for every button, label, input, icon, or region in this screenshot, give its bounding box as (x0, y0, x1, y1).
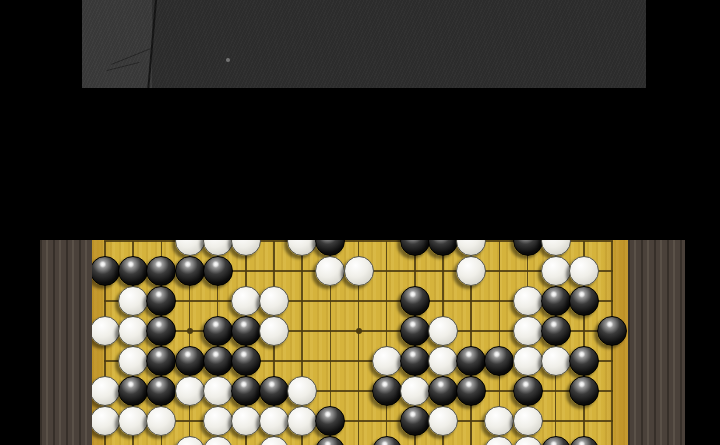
black-stone (400, 406, 430, 436)
black-stone (146, 286, 176, 316)
white-stone (428, 406, 458, 436)
white-stone (400, 376, 430, 406)
white-stone (118, 346, 148, 376)
black-stone (541, 316, 571, 346)
white-stone (118, 316, 148, 346)
white-stone (259, 286, 289, 316)
white-stone (203, 406, 233, 436)
black-stone (428, 240, 458, 256)
black-stone (569, 346, 599, 376)
black-stone (118, 376, 148, 406)
black-stone (315, 436, 345, 445)
white-stone (92, 376, 120, 406)
white-stone (541, 346, 571, 376)
black-stone (259, 376, 289, 406)
white-stone (428, 316, 458, 346)
white-stone (484, 436, 514, 445)
white-stone (231, 240, 261, 256)
star-point (356, 328, 362, 334)
black-stone (203, 346, 233, 376)
black-stone (597, 316, 627, 346)
black-stone (541, 286, 571, 316)
black-stone (175, 256, 205, 286)
black-stone (315, 406, 345, 436)
white-stone (513, 436, 543, 445)
white-stone (231, 286, 261, 316)
black-stone (456, 376, 486, 406)
white-stone (456, 256, 486, 286)
white-stone (259, 316, 289, 346)
table-wood-right (628, 240, 685, 445)
white-stone (344, 256, 374, 286)
white-stone (513, 316, 543, 346)
black-stone (146, 316, 176, 346)
video-frame (0, 0, 720, 445)
black-stone (541, 436, 571, 445)
white-stone (372, 346, 402, 376)
black-stone (146, 256, 176, 286)
black-stone (118, 256, 148, 286)
black-stone (203, 316, 233, 346)
black-stone (92, 256, 120, 286)
white-stone (146, 406, 176, 436)
photo-strip (82, 0, 646, 88)
white-stone (92, 316, 120, 346)
white-stone (259, 406, 289, 436)
black-stone (146, 346, 176, 376)
black-stone (400, 316, 430, 346)
black-stone (513, 376, 543, 406)
white-stone (231, 406, 261, 436)
white-stone (484, 406, 514, 436)
white-stone (541, 240, 571, 256)
white-stone (428, 346, 458, 376)
star-point (187, 328, 193, 334)
white-stone (287, 376, 317, 406)
white-stone (541, 256, 571, 286)
black-stone (400, 346, 430, 376)
black-stone (372, 376, 402, 406)
white-stone (175, 376, 205, 406)
black-stone (484, 346, 514, 376)
black-stone (231, 316, 261, 346)
table-wood-left (40, 240, 92, 445)
white-stone (175, 240, 205, 256)
film-grain-overlay (82, 0, 646, 88)
black-stone (315, 240, 345, 256)
white-stone (513, 406, 543, 436)
black-stone (569, 436, 599, 445)
white-stone (203, 436, 233, 445)
black-stone (569, 376, 599, 406)
black-stone (175, 346, 205, 376)
white-stone (203, 240, 233, 256)
white-stone (315, 256, 345, 286)
white-stone (259, 436, 289, 445)
white-stone (287, 406, 317, 436)
black-stone (456, 346, 486, 376)
black-stone (372, 436, 402, 445)
white-stone (513, 286, 543, 316)
white-stone (513, 346, 543, 376)
white-stone (175, 436, 205, 445)
black-stone (513, 240, 543, 256)
go-board (92, 240, 628, 445)
white-stone (203, 376, 233, 406)
black-stone (146, 376, 176, 406)
white-stone (92, 406, 120, 436)
black-stone (428, 376, 458, 406)
black-stone (231, 346, 261, 376)
go-scene (0, 237, 720, 445)
white-stone (287, 240, 317, 256)
white-stone (118, 406, 148, 436)
white-stone (456, 240, 486, 256)
black-stone (400, 240, 430, 256)
black-stone (231, 376, 261, 406)
white-stone (569, 256, 599, 286)
black-stone (400, 286, 430, 316)
black-stone (569, 286, 599, 316)
black-stone (203, 256, 233, 286)
white-stone (118, 286, 148, 316)
